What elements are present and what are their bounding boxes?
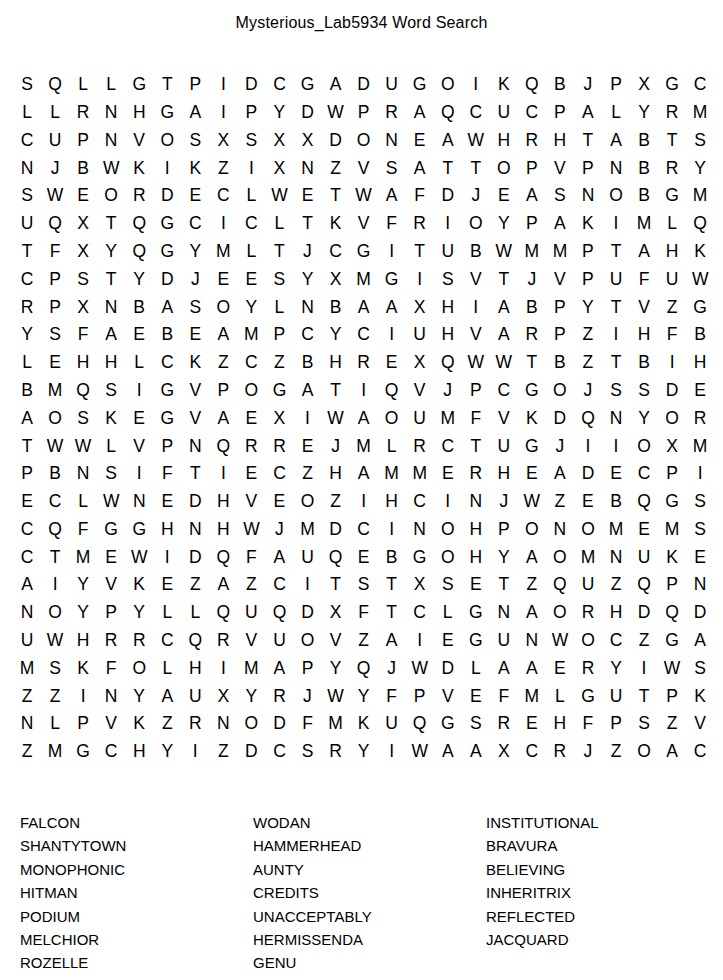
grid-cell-r24c6[interactable]: Z (153, 710, 181, 738)
grid-cell-r13c4[interactable]: K (97, 405, 125, 433)
grid-cell-r11c24[interactable]: I (658, 349, 686, 377)
grid-cell-r25c6[interactable]: Y (153, 738, 181, 766)
grid-cell-r16c19[interactable]: W (518, 488, 546, 516)
grid-cell-r20c5[interactable]: Y (125, 599, 153, 627)
grid-cell-r8c12[interactable]: X (322, 266, 350, 294)
grid-cell-r17c8[interactable]: H (209, 516, 237, 544)
grid-cell-r16c23[interactable]: Q (630, 488, 658, 516)
grid-cell-r3c4[interactable]: N (97, 127, 125, 155)
grid-cell-r16c17[interactable]: N (462, 488, 490, 516)
grid-cell-r12c18[interactable]: C (490, 377, 518, 405)
grid-cell-r16c21[interactable]: E (574, 488, 602, 516)
grid-cell-r17c12[interactable]: D (322, 516, 350, 544)
grid-cell-r4c19[interactable]: P (518, 154, 546, 182)
grid-cell-r8c21[interactable]: P (574, 266, 602, 294)
grid-cell-r22c25[interactable]: S (686, 655, 714, 683)
grid-cell-r9c7[interactable]: S (181, 293, 209, 321)
grid-cell-r24c23[interactable]: S (630, 710, 658, 738)
grid-cell-r10c9[interactable]: M (237, 321, 265, 349)
grid-cell-r12c9[interactable]: O (237, 377, 265, 405)
grid-cell-r4c13[interactable]: V (350, 154, 378, 182)
grid-cell-r9c23[interactable]: V (630, 293, 658, 321)
grid-cell-r7c1[interactable]: T (13, 238, 41, 266)
grid-cell-r7c3[interactable]: X (69, 238, 97, 266)
grid-cell-r2c17[interactable]: C (462, 99, 490, 127)
grid-cell-r19c24[interactable]: P (658, 571, 686, 599)
grid-cell-r14c12[interactable]: J (322, 432, 350, 460)
grid-cell-r3c2[interactable]: U (41, 127, 69, 155)
grid-cell-r20c21[interactable]: R (574, 599, 602, 627)
grid-cell-r5c23[interactable]: B (630, 182, 658, 210)
grid-cell-r19c22[interactable]: Z (602, 571, 630, 599)
grid-cell-r17c25[interactable]: S (686, 516, 714, 544)
grid-cell-r19c23[interactable]: Q (630, 571, 658, 599)
grid-cell-r24c19[interactable]: E (518, 710, 546, 738)
grid-cell-r3c11[interactable]: X (293, 127, 321, 155)
grid-cell-r6c13[interactable]: V (350, 210, 378, 238)
grid-cell-r7c21[interactable]: P (574, 238, 602, 266)
grid-cell-r14c13[interactable]: M (350, 432, 378, 460)
grid-cell-r8c10[interactable]: S (265, 266, 293, 294)
grid-cell-r5c16[interactable]: D (434, 182, 462, 210)
grid-cell-r3c12[interactable]: D (322, 127, 350, 155)
grid-cell-r15c2[interactable]: B (41, 460, 69, 488)
grid-cell-r7c25[interactable]: K (686, 238, 714, 266)
grid-cell-r20c23[interactable]: D (630, 599, 658, 627)
grid-cell-r19c11[interactable]: I (293, 571, 321, 599)
grid-cell-r5c2[interactable]: W (41, 182, 69, 210)
grid-cell-r22c5[interactable]: O (125, 655, 153, 683)
grid-cell-r5c1[interactable]: S (13, 182, 41, 210)
grid-cell-r10c19[interactable]: R (518, 321, 546, 349)
grid-cell-r14c25[interactable]: M (686, 432, 714, 460)
grid-cell-r7c2[interactable]: F (41, 238, 69, 266)
grid-cell-r6c23[interactable]: M (630, 210, 658, 238)
grid-cell-r6c18[interactable]: Y (490, 210, 518, 238)
grid-cell-r12c16[interactable]: J (434, 377, 462, 405)
grid-cell-r25c15[interactable]: W (406, 738, 434, 766)
grid-cell-r19c7[interactable]: Z (181, 571, 209, 599)
grid-cell-r15c19[interactable]: E (518, 460, 546, 488)
grid-cell-r21c24[interactable]: G (658, 627, 686, 655)
grid-cell-r1c22[interactable]: P (602, 71, 630, 99)
grid-cell-r4c4[interactable]: W (97, 154, 125, 182)
grid-cell-r7c16[interactable]: U (434, 238, 462, 266)
grid-cell-r13c10[interactable]: X (265, 405, 293, 433)
grid-cell-r22c11[interactable]: P (293, 655, 321, 683)
grid-cell-r14c4[interactable]: L (97, 432, 125, 460)
grid-cell-r15c20[interactable]: A (546, 460, 574, 488)
grid-cell-r14c17[interactable]: T (462, 432, 490, 460)
grid-cell-r10c15[interactable]: U (406, 321, 434, 349)
grid-cell-r14c11[interactable]: E (293, 432, 321, 460)
grid-cell-r17c17[interactable]: H (462, 516, 490, 544)
grid-cell-r8c22[interactable]: U (602, 266, 630, 294)
grid-cell-r17c19[interactable]: O (518, 516, 546, 544)
grid-cell-r1c13[interactable]: D (350, 71, 378, 99)
grid-cell-r21c23[interactable]: Z (630, 627, 658, 655)
grid-cell-r7c9[interactable]: L (237, 238, 265, 266)
grid-cell-r9c1[interactable]: R (13, 293, 41, 321)
grid-cell-r15c15[interactable]: M (406, 460, 434, 488)
grid-cell-r25c22[interactable]: Z (602, 738, 630, 766)
grid-cell-r3c5[interactable]: V (125, 127, 153, 155)
grid-cell-r20c2[interactable]: O (41, 599, 69, 627)
grid-cell-r24c16[interactable]: G (434, 710, 462, 738)
grid-cell-r5c24[interactable]: G (658, 182, 686, 210)
grid-cell-r18c25[interactable]: E (686, 544, 714, 572)
grid-cell-r10c5[interactable]: E (125, 321, 153, 349)
grid-cell-r11c7[interactable]: K (181, 349, 209, 377)
grid-cell-r5c3[interactable]: E (69, 182, 97, 210)
grid-cell-r23c19[interactable]: M (518, 683, 546, 711)
grid-cell-r19c20[interactable]: Q (546, 571, 574, 599)
grid-cell-r21c20[interactable]: W (546, 627, 574, 655)
grid-cell-r16c1[interactable]: E (13, 488, 41, 516)
grid-cell-r14c7[interactable]: N (181, 432, 209, 460)
grid-cell-r6c22[interactable]: I (602, 210, 630, 238)
grid-cell-r23c4[interactable]: N (97, 683, 125, 711)
grid-cell-r15c14[interactable]: M (378, 460, 406, 488)
grid-cell-r23c17[interactable]: E (462, 683, 490, 711)
grid-cell-r11c11[interactable]: B (293, 349, 321, 377)
grid-cell-r21c2[interactable]: W (41, 627, 69, 655)
grid-cell-r16c16[interactable]: I (434, 488, 462, 516)
grid-cell-r15c17[interactable]: R (462, 460, 490, 488)
grid-cell-r24c4[interactable]: V (97, 710, 125, 738)
grid-cell-r3c17[interactable]: W (462, 127, 490, 155)
grid-cell-r22c4[interactable]: F (97, 655, 125, 683)
grid-cell-r1c18[interactable]: K (490, 71, 518, 99)
grid-cell-r6c24[interactable]: L (658, 210, 686, 238)
grid-cell-r24c17[interactable]: S (462, 710, 490, 738)
grid-cell-r19c3[interactable]: Y (69, 571, 97, 599)
grid-cell-r24c8[interactable]: N (209, 710, 237, 738)
grid-cell-r9c18[interactable]: A (490, 293, 518, 321)
grid-cell-r25c17[interactable]: A (462, 738, 490, 766)
grid-cell-r6c1[interactable]: U (13, 210, 41, 238)
grid-cell-r4c11[interactable]: N (293, 154, 321, 182)
grid-cell-r14c15[interactable]: R (406, 432, 434, 460)
grid-cell-r9c12[interactable]: B (322, 293, 350, 321)
grid-cell-r20c1[interactable]: N (13, 599, 41, 627)
grid-cell-r2c6[interactable]: G (153, 99, 181, 127)
grid-cell-r22c8[interactable]: I (209, 655, 237, 683)
grid-cell-r3c21[interactable]: T (574, 127, 602, 155)
grid-cell-r9c5[interactable]: B (125, 293, 153, 321)
grid-cell-r6c3[interactable]: X (69, 210, 97, 238)
grid-cell-r19c4[interactable]: V (97, 571, 125, 599)
grid-cell-r17c18[interactable]: P (490, 516, 518, 544)
grid-cell-r9c24[interactable]: Z (658, 293, 686, 321)
grid-cell-r10c2[interactable]: S (41, 321, 69, 349)
grid-cell-r7c11[interactable]: J (293, 238, 321, 266)
grid-cell-r17c13[interactable]: C (350, 516, 378, 544)
grid-cell-r8c23[interactable]: F (630, 266, 658, 294)
grid-cell-r23c8[interactable]: X (209, 683, 237, 711)
grid-cell-r25c16[interactable]: A (434, 738, 462, 766)
grid-cell-r23c24[interactable]: P (658, 683, 686, 711)
grid-cell-r9c4[interactable]: N (97, 293, 125, 321)
grid-cell-r22c22[interactable]: Y (602, 655, 630, 683)
grid-cell-r12c2[interactable]: M (41, 377, 69, 405)
grid-cell-r11c14[interactable]: E (378, 349, 406, 377)
grid-cell-r9c13[interactable]: A (350, 293, 378, 321)
grid-cell-r3c14[interactable]: N (378, 127, 406, 155)
grid-cell-r2c20[interactable]: P (546, 99, 574, 127)
grid-cell-r11c5[interactable]: L (125, 349, 153, 377)
grid-cell-r19c19[interactable]: Z (518, 571, 546, 599)
grid-cell-r17c20[interactable]: N (546, 516, 574, 544)
grid-cell-r15c7[interactable]: T (181, 460, 209, 488)
grid-cell-r4c1[interactable]: N (13, 154, 41, 182)
grid-cell-r9c20[interactable]: P (546, 293, 574, 321)
grid-cell-r20c9[interactable]: U (237, 599, 265, 627)
grid-cell-r12c1[interactable]: B (13, 377, 41, 405)
grid-cell-r22c16[interactable]: D (434, 655, 462, 683)
grid-cell-r4c12[interactable]: Z (322, 154, 350, 182)
grid-cell-r10c4[interactable]: A (97, 321, 125, 349)
grid-cell-r5c13[interactable]: W (350, 182, 378, 210)
grid-cell-r15c24[interactable]: P (658, 460, 686, 488)
grid-cell-r24c20[interactable]: H (546, 710, 574, 738)
grid-cell-r6c19[interactable]: P (518, 210, 546, 238)
grid-cell-r2c18[interactable]: U (490, 99, 518, 127)
grid-cell-r1c11[interactable]: G (293, 71, 321, 99)
grid-cell-r15c6[interactable]: F (153, 460, 181, 488)
grid-cell-r9c8[interactable]: O (209, 293, 237, 321)
grid-cell-r10c21[interactable]: Z (574, 321, 602, 349)
grid-cell-r25c7[interactable]: I (181, 738, 209, 766)
grid-cell-r16c12[interactable]: Z (322, 488, 350, 516)
grid-cell-r5c10[interactable]: W (265, 182, 293, 210)
grid-cell-r25c14[interactable]: I (378, 738, 406, 766)
grid-cell-r3c3[interactable]: P (69, 127, 97, 155)
grid-cell-r8c1[interactable]: C (13, 266, 41, 294)
grid-cell-r6c10[interactable]: L (265, 210, 293, 238)
grid-cell-r11c10[interactable]: Z (265, 349, 293, 377)
grid-cell-r19c18[interactable]: T (490, 571, 518, 599)
grid-cell-r12c15[interactable]: V (406, 377, 434, 405)
grid-cell-r18c2[interactable]: T (41, 544, 69, 572)
grid-cell-r3c19[interactable]: R (518, 127, 546, 155)
grid-cell-r22c6[interactable]: L (153, 655, 181, 683)
grid-cell-r4c14[interactable]: S (378, 154, 406, 182)
grid-cell-r9c21[interactable]: Y (574, 293, 602, 321)
grid-cell-r25c25[interactable]: C (686, 738, 714, 766)
grid-cell-r5c11[interactable]: E (293, 182, 321, 210)
grid-cell-r6c14[interactable]: F (378, 210, 406, 238)
grid-cell-r2c1[interactable]: L (13, 99, 41, 127)
grid-cell-r19c2[interactable]: I (41, 571, 69, 599)
grid-cell-r3c20[interactable]: H (546, 127, 574, 155)
grid-cell-r15c11[interactable]: Z (293, 460, 321, 488)
grid-cell-r21c7[interactable]: Q (181, 627, 209, 655)
grid-cell-r1c24[interactable]: G (658, 71, 686, 99)
grid-cell-r1c21[interactable]: J (574, 71, 602, 99)
grid-cell-r16c3[interactable]: L (69, 488, 97, 516)
grid-cell-r14c16[interactable]: C (434, 432, 462, 460)
grid-cell-r2c3[interactable]: R (69, 99, 97, 127)
grid-cell-r17c23[interactable]: E (630, 516, 658, 544)
grid-cell-r23c14[interactable]: F (378, 683, 406, 711)
grid-cell-r22c17[interactable]: L (462, 655, 490, 683)
grid-cell-r6c7[interactable]: C (181, 210, 209, 238)
grid-cell-r4c24[interactable]: R (658, 154, 686, 182)
grid-cell-r23c5[interactable]: Y (125, 683, 153, 711)
grid-cell-r13c1[interactable]: A (13, 405, 41, 433)
grid-cell-r5c17[interactable]: J (462, 182, 490, 210)
grid-cell-r4c18[interactable]: O (490, 154, 518, 182)
grid-cell-r1c2[interactable]: Q (41, 71, 69, 99)
grid-cell-r7c14[interactable]: I (378, 238, 406, 266)
grid-cell-r11c18[interactable]: W (490, 349, 518, 377)
grid-cell-r7c18[interactable]: W (490, 238, 518, 266)
grid-cell-r7c20[interactable]: M (546, 238, 574, 266)
grid-cell-r18c1[interactable]: C (13, 544, 41, 572)
grid-cell-r15c13[interactable]: A (350, 460, 378, 488)
grid-cell-r10c24[interactable]: F (658, 321, 686, 349)
grid-cell-r23c18[interactable]: F (490, 683, 518, 711)
grid-cell-r6c8[interactable]: I (209, 210, 237, 238)
grid-cell-r13c21[interactable]: Q (574, 405, 602, 433)
grid-cell-r15c25[interactable]: I (686, 460, 714, 488)
grid-cell-r23c3[interactable]: I (69, 683, 97, 711)
grid-cell-r5c21[interactable]: N (574, 182, 602, 210)
grid-cell-r12c7[interactable]: V (181, 377, 209, 405)
grid-cell-r8c8[interactable]: E (209, 266, 237, 294)
grid-cell-r1c4[interactable]: L (97, 71, 125, 99)
grid-cell-r18c9[interactable]: F (237, 544, 265, 572)
grid-cell-r19c17[interactable]: E (462, 571, 490, 599)
grid-cell-r1c12[interactable]: A (322, 71, 350, 99)
grid-cell-r17c11[interactable]: M (293, 516, 321, 544)
grid-cell-r13c9[interactable]: E (237, 405, 265, 433)
grid-cell-r2c19[interactable]: C (518, 99, 546, 127)
grid-cell-r9c22[interactable]: T (602, 293, 630, 321)
grid-cell-r12c11[interactable]: A (293, 377, 321, 405)
grid-cell-r17c7[interactable]: N (181, 516, 209, 544)
grid-cell-r16c8[interactable]: H (209, 488, 237, 516)
grid-cell-r5c15[interactable]: F (406, 182, 434, 210)
grid-cell-r12c25[interactable]: E (686, 377, 714, 405)
grid-cell-r2c24[interactable]: R (658, 99, 686, 127)
grid-cell-r12c5[interactable]: I (125, 377, 153, 405)
grid-cell-r13c15[interactable]: U (406, 405, 434, 433)
grid-cell-r14c2[interactable]: W (41, 432, 69, 460)
grid-cell-r6c11[interactable]: T (293, 210, 321, 238)
grid-cell-r14c24[interactable]: X (658, 432, 686, 460)
grid-cell-r18c10[interactable]: A (265, 544, 293, 572)
grid-cell-r21c3[interactable]: H (69, 627, 97, 655)
grid-cell-r12c22[interactable]: S (602, 377, 630, 405)
grid-cell-r25c13[interactable]: Y (350, 738, 378, 766)
grid-cell-r7c13[interactable]: G (350, 238, 378, 266)
grid-cell-r15c5[interactable]: I (125, 460, 153, 488)
grid-cell-r14c5[interactable]: V (125, 432, 153, 460)
grid-cell-r17c24[interactable]: M (658, 516, 686, 544)
grid-cell-r2c15[interactable]: A (406, 99, 434, 127)
grid-cell-r17c2[interactable]: Q (41, 516, 69, 544)
grid-cell-r16c9[interactable]: V (237, 488, 265, 516)
grid-cell-r9c25[interactable]: G (686, 293, 714, 321)
grid-cell-r2c22[interactable]: L (602, 99, 630, 127)
grid-cell-r2c11[interactable]: D (293, 99, 321, 127)
grid-cell-r16c20[interactable]: Z (546, 488, 574, 516)
grid-cell-r21c6[interactable]: C (153, 627, 181, 655)
grid-cell-r17c22[interactable]: M (602, 516, 630, 544)
grid-cell-r4c21[interactable]: P (574, 154, 602, 182)
grid-cell-r17c15[interactable]: N (406, 516, 434, 544)
grid-cell-r1c3[interactable]: L (69, 71, 97, 99)
grid-cell-r14c9[interactable]: R (237, 432, 265, 460)
grid-cell-r21c9[interactable]: V (237, 627, 265, 655)
grid-cell-r13c13[interactable]: A (350, 405, 378, 433)
grid-cell-r20c17[interactable]: G (462, 599, 490, 627)
grid-cell-r20c19[interactable]: A (518, 599, 546, 627)
grid-cell-r16c25[interactable]: S (686, 488, 714, 516)
grid-cell-r13c24[interactable]: O (658, 405, 686, 433)
grid-cell-r9c17[interactable]: I (462, 293, 490, 321)
grid-cell-r6c2[interactable]: Q (41, 210, 69, 238)
grid-cell-r18c23[interactable]: U (630, 544, 658, 572)
grid-cell-r21c1[interactable]: U (13, 627, 41, 655)
grid-cell-r17c6[interactable]: H (153, 516, 181, 544)
grid-cell-r11c19[interactable]: T (518, 349, 546, 377)
grid-cell-r18c12[interactable]: Q (322, 544, 350, 572)
grid-cell-r16c7[interactable]: D (181, 488, 209, 516)
grid-cell-r19c6[interactable]: E (153, 571, 181, 599)
grid-cell-r10c17[interactable]: V (462, 321, 490, 349)
grid-cell-r2c7[interactable]: A (181, 99, 209, 127)
grid-cell-r7c12[interactable]: C (322, 238, 350, 266)
grid-cell-r18c6[interactable]: I (153, 544, 181, 572)
grid-cell-r10c11[interactable]: C (293, 321, 321, 349)
grid-cell-r22c13[interactable]: Q (350, 655, 378, 683)
grid-cell-r1c23[interactable]: X (630, 71, 658, 99)
grid-cell-r6c5[interactable]: Q (125, 210, 153, 238)
grid-cell-r18c21[interactable]: M (574, 544, 602, 572)
grid-cell-r1c20[interactable]: B (546, 71, 574, 99)
grid-cell-r14c6[interactable]: P (153, 432, 181, 460)
grid-cell-r14c19[interactable]: G (518, 432, 546, 460)
grid-cell-r21c25[interactable]: A (686, 627, 714, 655)
grid-cell-r4c7[interactable]: K (181, 154, 209, 182)
grid-cell-r23c11[interactable]: J (293, 683, 321, 711)
grid-cell-r23c7[interactable]: U (181, 683, 209, 711)
grid-cell-r14c22[interactable]: I (602, 432, 630, 460)
grid-cell-r8c3[interactable]: S (69, 266, 97, 294)
grid-cell-r11c1[interactable]: L (13, 349, 41, 377)
grid-cell-r3c25[interactable]: S (686, 127, 714, 155)
grid-cell-r11c6[interactable]: C (153, 349, 181, 377)
grid-cell-r20c14[interactable]: T (378, 599, 406, 627)
grid-cell-r18c19[interactable]: A (518, 544, 546, 572)
grid-cell-r16c11[interactable]: O (293, 488, 321, 516)
grid-cell-r21c18[interactable]: U (490, 627, 518, 655)
grid-cell-r1c19[interactable]: Q (518, 71, 546, 99)
grid-cell-r17c21[interactable]: O (574, 516, 602, 544)
grid-cell-r23c1[interactable]: Z (13, 683, 41, 711)
grid-cell-r24c12[interactable]: M (322, 710, 350, 738)
grid-cell-r14c10[interactable]: R (265, 432, 293, 460)
grid-cell-r16c24[interactable]: G (658, 488, 686, 516)
grid-cell-r8c9[interactable]: E (237, 266, 265, 294)
grid-cell-r11c20[interactable]: B (546, 349, 574, 377)
grid-cell-r18c13[interactable]: E (350, 544, 378, 572)
grid-cell-r22c14[interactable]: J (378, 655, 406, 683)
grid-cell-r11c15[interactable]: X (406, 349, 434, 377)
